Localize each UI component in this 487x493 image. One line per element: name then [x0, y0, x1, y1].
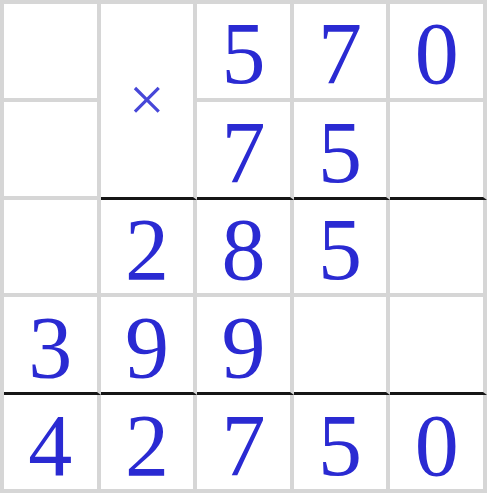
multiplication-grid: × 5 7 0 7 5 2 8 5 3 9 9 4 2 7 5 0 — [0, 0, 487, 493]
cell-r4c3-partial2-digit: 9 — [197, 297, 294, 395]
cell-r3c5 — [390, 200, 487, 298]
cell-r3c2-partial1-digit: 2 — [101, 200, 198, 298]
cell-r3c4-partial1-digit: 5 — [294, 200, 391, 298]
multiply-operator-cell: × — [101, 4, 198, 200]
cell-r5c3-product-digit: 7 — [197, 395, 294, 493]
cell-r4c4 — [294, 297, 391, 395]
cell-r1c5-multiplicand-units: 0 — [390, 4, 487, 102]
cell-r1c3-multiplicand-hundreds: 5 — [197, 4, 294, 102]
cell-r2c4-multiplier-units: 5 — [294, 102, 391, 200]
cell-r2c1 — [4, 102, 101, 200]
cell-r5c1-product-digit: 4 — [4, 395, 101, 493]
cell-r4c1-partial2-digit: 3 — [4, 297, 101, 395]
cell-r5c5-product-digit: 0 — [390, 395, 487, 493]
cell-r5c2-product-digit: 2 — [101, 395, 198, 493]
cell-r2c5 — [390, 102, 487, 200]
cell-r5c4-product-digit: 5 — [294, 395, 391, 493]
cell-r3c1 — [4, 200, 101, 298]
cell-r4c2-partial2-digit: 9 — [101, 297, 198, 395]
cell-r1c4-multiplicand-tens: 7 — [294, 4, 391, 102]
cell-r3c3-partial1-digit: 8 — [197, 200, 294, 298]
cell-r1c1 — [4, 4, 101, 102]
cell-r4c5 — [390, 297, 487, 395]
cell-r2c3-multiplier-tens: 7 — [197, 102, 294, 200]
